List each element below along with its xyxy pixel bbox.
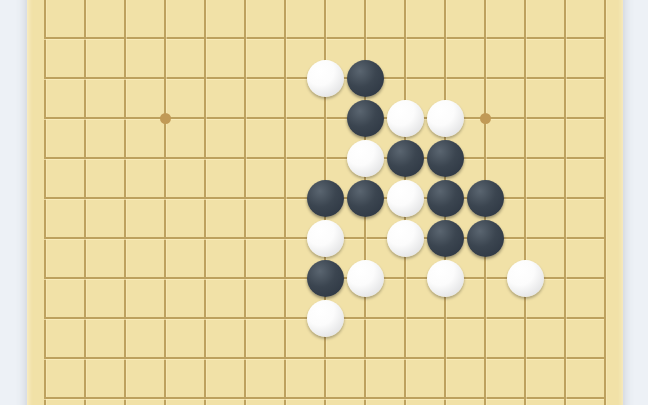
black-stone	[427, 140, 464, 177]
black-stone	[307, 260, 344, 297]
grid-line-vertical	[164, 0, 166, 405]
black-stone	[427, 180, 464, 217]
game-page	[0, 0, 648, 405]
black-stone	[307, 180, 344, 217]
black-stone	[347, 100, 384, 137]
white-stone	[507, 260, 544, 297]
star-point	[480, 113, 491, 124]
white-stone	[427, 260, 464, 297]
white-stone	[427, 100, 464, 137]
white-stone	[387, 220, 424, 257]
black-stone	[427, 220, 464, 257]
grid-line-vertical	[284, 0, 286, 405]
black-stone	[467, 220, 504, 257]
grid-line-vertical	[124, 0, 126, 405]
grid-line-vertical	[564, 0, 566, 405]
grid-line-vertical	[604, 0, 606, 405]
white-stone	[347, 260, 384, 297]
grid-line-horizontal	[44, 357, 606, 359]
grid-line-vertical	[524, 0, 526, 405]
white-stone	[307, 300, 344, 337]
white-stone	[387, 180, 424, 217]
star-point	[160, 113, 171, 124]
white-stone	[347, 140, 384, 177]
black-stone	[347, 180, 384, 217]
gomoku-board[interactable]	[27, 0, 623, 405]
grid-line-vertical	[204, 0, 206, 405]
grid-line-vertical	[44, 0, 46, 405]
black-stone	[387, 140, 424, 177]
grid-line-vertical	[84, 0, 86, 405]
white-stone	[387, 100, 424, 137]
black-stone	[467, 180, 504, 217]
white-stone	[307, 60, 344, 97]
grid-line-vertical	[244, 0, 246, 405]
white-stone	[307, 220, 344, 257]
grid-line-horizontal	[44, 397, 606, 399]
black-stone	[347, 60, 384, 97]
